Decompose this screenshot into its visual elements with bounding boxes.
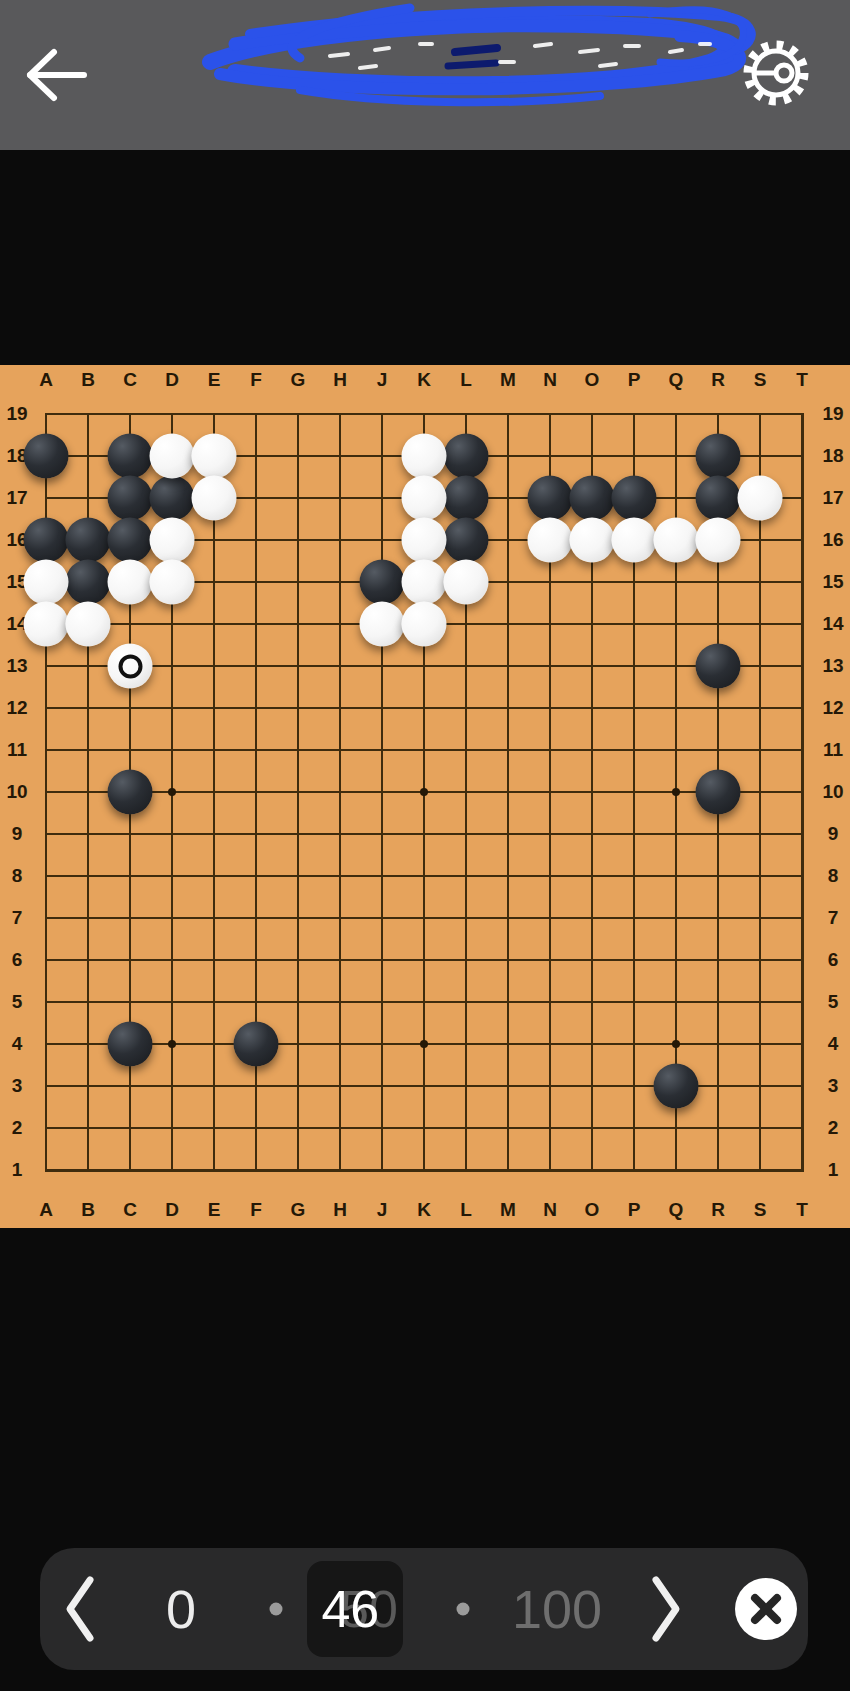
column-label-top: Q <box>669 369 684 391</box>
column-label-bottom: T <box>796 1199 808 1221</box>
row-label-right: 6 <box>828 949 839 971</box>
row-label-right: 14 <box>822 613 843 635</box>
black-stone-C16 <box>108 518 153 563</box>
separator-dot <box>457 1603 470 1616</box>
black-stone-N17 <box>528 476 573 521</box>
column-label-bottom: F <box>250 1199 262 1221</box>
white-stone-K16 <box>402 518 447 563</box>
column-label-bottom: N <box>543 1199 557 1221</box>
column-label-top: O <box>585 369 600 391</box>
row-label-right: 5 <box>828 991 839 1013</box>
black-stone-F4 <box>234 1022 279 1067</box>
black-stone-R17 <box>696 476 741 521</box>
column-label-top: N <box>543 369 557 391</box>
row-label-left: 11 <box>7 739 27 761</box>
column-label-top: H <box>333 369 347 391</box>
white-stone-Q16 <box>654 518 699 563</box>
black-stone-D17 <box>150 476 195 521</box>
column-label-bottom: P <box>628 1199 641 1221</box>
black-stone-C17 <box>108 476 153 521</box>
current-move-box[interactable]: 50 46 <box>307 1561 403 1657</box>
white-stone-A15 <box>24 560 69 605</box>
column-label-top: S <box>754 369 767 391</box>
column-label-bottom: E <box>208 1199 221 1221</box>
row-label-right: 9 <box>828 823 839 845</box>
row-label-right: 3 <box>828 1075 839 1097</box>
column-label-bottom: R <box>711 1199 725 1221</box>
white-stone-J14 <box>360 602 405 647</box>
black-stone-O17 <box>570 476 615 521</box>
row-label-left: 6 <box>12 949 23 971</box>
black-stone-J15 <box>360 560 405 605</box>
black-stone-R18 <box>696 434 741 479</box>
row-label-left: 2 <box>12 1117 23 1139</box>
star-point <box>168 788 176 796</box>
column-label-bottom: J <box>377 1199 388 1221</box>
column-label-top: E <box>208 369 221 391</box>
column-label-bottom: G <box>291 1199 306 1221</box>
black-stone-C10 <box>108 770 153 815</box>
white-stone-C15 <box>108 560 153 605</box>
row-label-right: 8 <box>828 865 839 887</box>
go-board[interactable]: AABBCCDDEEFFGGHHJJKKLLMMNNOOPPQQRRSSTT19… <box>0 365 850 1228</box>
chevron-right-icon[interactable] <box>646 1574 686 1644</box>
star-point <box>168 1040 176 1048</box>
redacted-title-scribble <box>180 0 765 118</box>
row-label-right: 15 <box>822 571 843 593</box>
app-header <box>0 0 850 150</box>
white-stone-L15 <box>444 560 489 605</box>
row-label-left: 13 <box>6 655 27 677</box>
white-stone-D18 <box>150 434 195 479</box>
black-stone-L16 <box>444 518 489 563</box>
settings-gear-icon[interactable] <box>735 32 817 114</box>
column-label-bottom: Q <box>669 1199 684 1221</box>
column-label-top: D <box>165 369 179 391</box>
star-point <box>420 1040 428 1048</box>
column-label-bottom: K <box>417 1199 431 1221</box>
column-label-bottom: M <box>500 1199 516 1221</box>
row-label-right: 12 <box>822 697 843 719</box>
row-label-right: 4 <box>828 1033 839 1055</box>
white-stone-N16 <box>528 518 573 563</box>
last-move-marker <box>118 654 142 678</box>
white-stone-D15 <box>150 560 195 605</box>
white-stone-P16 <box>612 518 657 563</box>
white-stone-K17 <box>402 476 447 521</box>
move-navigation-bar: 0 50 46 100 <box>40 1548 808 1670</box>
star-point <box>672 1040 680 1048</box>
column-label-top: J <box>377 369 388 391</box>
row-label-right: 18 <box>822 445 843 467</box>
row-label-left: 3 <box>12 1075 23 1097</box>
star-point <box>420 788 428 796</box>
row-label-right: 19 <box>822 403 843 425</box>
move-start-label: 0 <box>166 1578 196 1640</box>
row-label-right: 16 <box>822 529 843 551</box>
column-label-top: T <box>796 369 808 391</box>
black-stone-C18 <box>108 434 153 479</box>
row-label-left: 17 <box>6 487 27 509</box>
black-stone-C4 <box>108 1022 153 1067</box>
white-stone-A14 <box>24 602 69 647</box>
row-label-left: 1 <box>12 1159 23 1181</box>
column-label-top: L <box>460 369 472 391</box>
row-label-left: 5 <box>12 991 23 1013</box>
column-label-top: B <box>81 369 95 391</box>
separator-dot <box>270 1603 283 1616</box>
white-stone-K18 <box>402 434 447 479</box>
column-label-top: M <box>500 369 516 391</box>
row-label-left: 12 <box>6 697 27 719</box>
row-label-right: 11 <box>823 739 843 761</box>
row-label-right: 17 <box>822 487 843 509</box>
column-label-bottom: B <box>81 1199 95 1221</box>
white-stone-K14 <box>402 602 447 647</box>
row-label-left: 19 <box>6 403 27 425</box>
white-stone-D16 <box>150 518 195 563</box>
column-label-bottom: H <box>333 1199 347 1221</box>
column-label-top: A <box>39 369 53 391</box>
white-stone-C13 <box>108 644 153 689</box>
row-label-right: 10 <box>822 781 843 803</box>
column-label-top: P <box>628 369 641 391</box>
white-stone-E17 <box>192 476 237 521</box>
chevron-left-icon[interactable] <box>60 1574 100 1644</box>
row-label-right: 13 <box>822 655 843 677</box>
column-label-top: G <box>291 369 306 391</box>
black-stone-L17 <box>444 476 489 521</box>
row-label-left: 10 <box>6 781 27 803</box>
row-label-left: 7 <box>12 907 23 929</box>
close-icon[interactable] <box>735 1578 797 1640</box>
column-label-bottom: S <box>754 1199 767 1221</box>
column-label-bottom: C <box>123 1199 137 1221</box>
column-label-top: R <box>711 369 725 391</box>
white-stone-R16 <box>696 518 741 563</box>
white-stone-B14 <box>66 602 111 647</box>
row-label-left: 4 <box>12 1033 23 1055</box>
black-stone-R13 <box>696 644 741 689</box>
white-stone-O16 <box>570 518 615 563</box>
row-label-right: 2 <box>828 1117 839 1139</box>
move-end-label: 100 <box>512 1578 602 1640</box>
white-stone-E18 <box>192 434 237 479</box>
row-label-right: 7 <box>828 907 839 929</box>
black-stone-B15 <box>66 560 111 605</box>
black-stone-L18 <box>444 434 489 479</box>
column-label-bottom: D <box>165 1199 179 1221</box>
column-label-top: F <box>250 369 262 391</box>
column-label-top: K <box>417 369 431 391</box>
white-stone-S17 <box>738 476 783 521</box>
row-label-left: 9 <box>12 823 23 845</box>
column-label-bottom: A <box>39 1199 53 1221</box>
star-point <box>672 788 680 796</box>
row-label-left: 8 <box>12 865 23 887</box>
back-arrow-icon[interactable] <box>22 44 92 106</box>
current-move-label: 46 <box>321 1579 379 1639</box>
black-stone-A16 <box>24 518 69 563</box>
black-stone-Q3 <box>654 1064 699 1109</box>
column-label-bottom: L <box>460 1199 472 1221</box>
black-stone-B16 <box>66 518 111 563</box>
white-stone-K15 <box>402 560 447 605</box>
black-stone-R10 <box>696 770 741 815</box>
black-stone-P17 <box>612 476 657 521</box>
column-label-bottom: O <box>585 1199 600 1221</box>
black-stone-A18 <box>24 434 69 479</box>
column-label-top: C <box>123 369 137 391</box>
row-label-right: 1 <box>828 1159 839 1181</box>
